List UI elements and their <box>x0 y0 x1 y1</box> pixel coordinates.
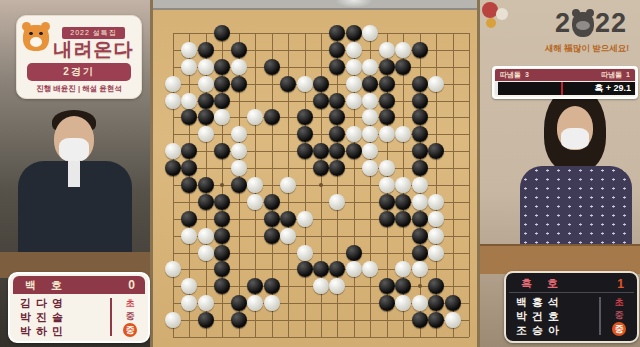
stone-black <box>231 177 247 193</box>
tiger-muzzle-icon <box>30 37 42 47</box>
stone-black <box>198 42 214 58</box>
stone-black <box>412 143 428 159</box>
stone-white <box>165 93 181 109</box>
stone-black <box>214 261 230 277</box>
stone-white <box>395 42 411 58</box>
program-logo: 2022 설특집 내려온다 <box>23 21 135 60</box>
stone-white <box>346 126 362 142</box>
stone-white <box>231 59 247 75</box>
stone-black <box>346 143 362 159</box>
stone-black <box>329 93 345 109</box>
stone-white <box>313 278 329 294</box>
face-mask <box>59 138 89 161</box>
white-team-panel: 백 호 0 김다영 박진솔 박하민 초 중 중 <box>8 272 150 343</box>
stone-white <box>346 93 362 109</box>
stone-white <box>297 76 313 92</box>
stone-black <box>214 211 230 227</box>
stone-black <box>214 76 230 92</box>
program-title: 내려온다 <box>52 39 135 60</box>
stone-white <box>395 261 411 277</box>
stone-black <box>181 160 197 176</box>
go-board <box>150 0 480 347</box>
stone-black <box>280 211 296 227</box>
stone-black <box>214 194 230 210</box>
stone-black <box>198 93 214 109</box>
stone-black <box>181 109 197 125</box>
stone-black <box>313 143 329 159</box>
star-point <box>220 183 224 187</box>
stone-black <box>412 109 428 125</box>
face-mask <box>561 128 589 149</box>
stone-black <box>412 126 428 142</box>
rank-badge-active: 중 <box>612 322 626 336</box>
new-year-greeting: 새해 福많이 받으세요! <box>545 43 629 55</box>
stone-white <box>412 295 428 311</box>
white-team-header: 백 호 0 <box>13 276 145 294</box>
year-logo-prefix: 2 <box>555 8 571 39</box>
stone-white <box>428 228 444 244</box>
stone-black <box>329 261 345 277</box>
year-logo: 2 22 <box>555 8 627 39</box>
stone-white <box>231 143 247 159</box>
stone-black <box>379 59 395 75</box>
stone-white <box>198 295 214 311</box>
stone-white <box>428 211 444 227</box>
stone-black <box>346 245 362 261</box>
stone-black <box>395 194 411 210</box>
stone-black <box>231 295 247 311</box>
panel-divider <box>110 298 112 336</box>
black-player-name: 박건호 <box>516 310 593 323</box>
black-team-score: 1 <box>617 277 624 291</box>
stone-black <box>214 143 230 159</box>
stone-black <box>214 228 230 244</box>
stone-black <box>329 126 345 142</box>
decoration-balloon <box>496 8 508 20</box>
stone-black <box>395 278 411 294</box>
stone-black <box>313 76 329 92</box>
black-team-name: 흑 호 <box>521 276 564 291</box>
stone-black <box>395 59 411 75</box>
stone-white <box>297 245 313 261</box>
stone-white <box>181 295 197 311</box>
tiger-eyes-icon <box>28 32 44 35</box>
stone-black <box>231 312 247 328</box>
stone-black <box>379 211 395 227</box>
rank-badge: 중 <box>615 309 624 321</box>
stone-black <box>264 194 280 210</box>
stone-white <box>379 126 395 142</box>
white-team-name: 백 호 <box>25 278 68 293</box>
captures-white: 따냄돌 3 <box>500 70 529 80</box>
stone-white <box>165 76 181 92</box>
stone-black <box>231 42 247 58</box>
panel-divider <box>599 297 601 335</box>
stone-black <box>428 143 444 159</box>
stone-white <box>346 76 362 92</box>
stone-black <box>379 278 395 294</box>
broadcast-screen: 2022 설특집 내려온다 2경기 진행 배윤진 | 해설 윤현석 백 호 0 … <box>0 0 640 347</box>
stone-white <box>362 261 378 277</box>
stone-white <box>247 295 263 311</box>
stone-black <box>181 177 197 193</box>
stone-black <box>329 109 345 125</box>
black-player-name: 백홍석 <box>516 296 593 309</box>
year-logo-suffix: 22 <box>595 8 627 39</box>
stone-white <box>329 194 345 210</box>
stone-black <box>412 42 428 58</box>
stone-black <box>329 42 345 58</box>
stone-black <box>198 109 214 125</box>
program-banner: 2022 설특집 <box>62 27 125 39</box>
rank-badge: 중 <box>126 310 135 322</box>
stone-black <box>214 25 230 41</box>
stone-black <box>379 76 395 92</box>
stone-black <box>214 93 230 109</box>
stone-black <box>247 278 263 294</box>
winrate-bar-white <box>495 82 498 95</box>
white-player-name: 박진솔 <box>20 311 104 324</box>
stone-black <box>297 143 313 159</box>
stone-white <box>247 177 263 193</box>
white-team-score: 0 <box>128 278 135 292</box>
staff-line: 진행 배윤진 | 해설 윤현석 <box>23 84 135 94</box>
stone-black <box>346 25 362 41</box>
rank-badge: 초 <box>126 297 135 309</box>
stone-white <box>247 109 263 125</box>
stone-white <box>346 59 362 75</box>
stone-black <box>379 194 395 210</box>
stone-white <box>181 59 197 75</box>
stone-white <box>198 245 214 261</box>
stone-white <box>379 160 395 176</box>
stone-black <box>395 211 411 227</box>
stone-black <box>329 59 345 75</box>
stone-white <box>181 93 197 109</box>
stone-black <box>181 143 197 159</box>
stone-black <box>329 143 345 159</box>
table-top-edge <box>153 0 477 10</box>
stone-black <box>198 194 214 210</box>
stone-black <box>329 160 345 176</box>
stone-white <box>362 59 378 75</box>
stone-white <box>280 228 296 244</box>
stone-white <box>395 126 411 142</box>
stone-black <box>264 59 280 75</box>
stone-white <box>165 143 181 159</box>
stone-black <box>313 93 329 109</box>
stone-white <box>428 245 444 261</box>
stone-white <box>231 126 247 142</box>
stone-black <box>428 312 444 328</box>
star-point <box>319 183 323 187</box>
stone-black <box>313 261 329 277</box>
stone-white <box>412 261 428 277</box>
stone-white <box>362 109 378 125</box>
stone-white <box>181 278 197 294</box>
stone-black <box>412 211 428 227</box>
stone-white <box>231 160 247 176</box>
winrate-bar-center-tick <box>561 82 563 95</box>
stone-white <box>445 312 461 328</box>
stone-white <box>346 42 362 58</box>
stone-black <box>313 160 329 176</box>
stone-white <box>247 194 263 210</box>
stone-white <box>362 93 378 109</box>
stone-white <box>428 194 444 210</box>
stone-white <box>428 76 444 92</box>
decoration-balloon <box>486 18 496 28</box>
stone-black <box>412 76 428 92</box>
stone-black <box>214 59 230 75</box>
stone-white <box>379 42 395 58</box>
stone-black <box>214 278 230 294</box>
black-team-header: 흑 호 1 <box>509 275 634 293</box>
stone-black <box>297 126 313 142</box>
stone-black <box>181 211 197 227</box>
tiger-zero-icon <box>572 12 594 37</box>
stone-black <box>231 76 247 92</box>
stone-black <box>264 278 280 294</box>
stone-white <box>362 126 378 142</box>
stone-black <box>329 25 345 41</box>
stone-black <box>412 228 428 244</box>
stone-black <box>412 93 428 109</box>
stone-black <box>297 261 313 277</box>
stone-black <box>428 278 444 294</box>
stone-white <box>198 59 214 75</box>
stone-black <box>412 245 428 261</box>
white-player-name: 박하민 <box>20 325 104 338</box>
rank-badge: 초 <box>615 296 624 308</box>
stone-white <box>362 160 378 176</box>
stone-black <box>412 160 428 176</box>
stone-white <box>165 312 181 328</box>
stone-black <box>280 76 296 92</box>
score-card: 따냄돌 3 따냄돌 1 흑 + 29.1 <box>492 66 638 99</box>
stone-white <box>412 177 428 193</box>
stone-black <box>412 312 428 328</box>
stone-white <box>297 211 313 227</box>
stone-white <box>198 228 214 244</box>
captures-black: 따냄돌 1 <box>601 70 630 80</box>
stone-white <box>280 177 296 193</box>
stone-black <box>379 295 395 311</box>
stone-black <box>214 245 230 261</box>
stone-black <box>198 177 214 193</box>
stone-black <box>379 109 395 125</box>
program-card: 2022 설특집 내려온다 2경기 진행 배윤진 | 해설 윤현석 <box>16 15 142 99</box>
score-estimate: 흑 + 29.1 <box>594 82 631 95</box>
stone-white <box>395 295 411 311</box>
stone-white <box>395 177 411 193</box>
stone-black <box>165 160 181 176</box>
stone-black <box>428 295 444 311</box>
stone-white <box>346 261 362 277</box>
tiger-icon <box>23 25 49 51</box>
stone-black <box>445 295 461 311</box>
player-blouse <box>520 166 632 248</box>
stone-white <box>379 177 395 193</box>
black-player-name: 조승아 <box>516 324 593 337</box>
table-edge <box>478 244 640 274</box>
stone-black <box>264 109 280 125</box>
stone-white <box>165 261 181 277</box>
stone-white <box>181 228 197 244</box>
stone-black <box>297 109 313 125</box>
stone-white <box>198 126 214 142</box>
match-label: 2경기 <box>27 63 131 81</box>
star-point <box>418 284 422 288</box>
stone-black <box>379 93 395 109</box>
stone-white <box>362 143 378 159</box>
white-player-name: 김다영 <box>20 297 104 310</box>
stone-white <box>214 109 230 125</box>
winrate-bar: 흑 + 29.1 <box>495 82 635 95</box>
rank-badge-active: 중 <box>123 323 137 337</box>
stone-white <box>181 42 197 58</box>
stone-black <box>362 76 378 92</box>
stone-white <box>362 25 378 41</box>
player-shirt <box>68 161 80 187</box>
stone-black <box>264 211 280 227</box>
black-team-panel: 흑 호 1 백홍석 박건호 조승아 초 중 중 <box>504 271 639 343</box>
stone-white <box>198 76 214 92</box>
stone-black <box>198 312 214 328</box>
stone-black <box>264 228 280 244</box>
board-grid <box>173 33 469 337</box>
stone-white <box>329 278 345 294</box>
stone-white <box>412 194 428 210</box>
stone-white <box>264 295 280 311</box>
